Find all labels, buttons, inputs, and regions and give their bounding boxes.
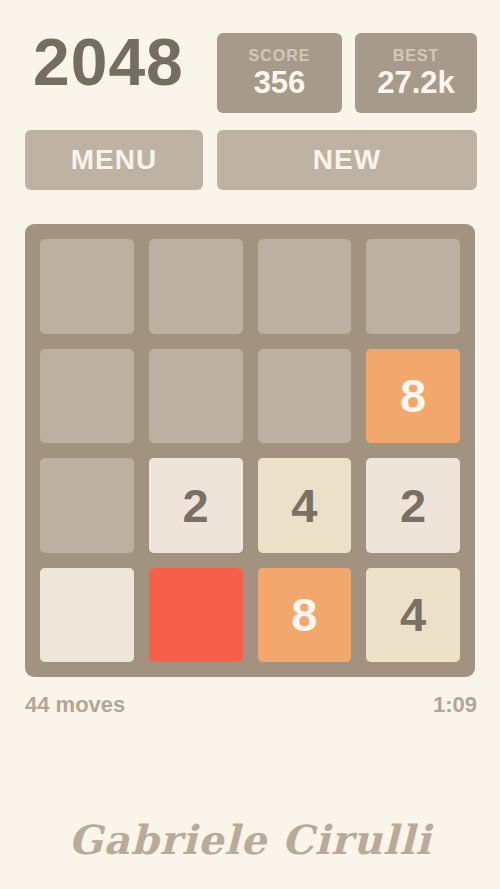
score-box: SCORE 356 — [217, 33, 342, 113]
board-cell-r4c1 — [40, 568, 134, 663]
game-board[interactable]: 824284 — [25, 224, 475, 677]
board-cell-r1c4 — [366, 239, 460, 334]
tile-2-r3c2: 2 — [149, 458, 243, 553]
board-cell-r1c1 — [40, 239, 134, 334]
tile-8-r2c4: 8 — [366, 349, 460, 444]
score-value: 356 — [254, 65, 306, 101]
board-cell-r3c4: 2 — [366, 458, 460, 553]
board-cell-r2c1 — [40, 349, 134, 444]
board-cell-r3c3: 4 — [258, 458, 352, 553]
tile-blank-r4c2 — [149, 568, 243, 663]
board-cell-r3c2: 2 — [149, 458, 243, 553]
board-cell-r2c4: 8 — [366, 349, 460, 444]
author-signature: Gabriele Cirulli — [0, 816, 500, 863]
best-value: 27.2k — [377, 65, 455, 101]
tile-4-r3c3: 4 — [258, 458, 352, 553]
new-game-button[interactable]: NEW — [217, 130, 477, 190]
board-cell-r4c3: 8 — [258, 568, 352, 663]
menu-button[interactable]: MENU — [25, 130, 203, 190]
board-cell-r3c1 — [40, 458, 134, 553]
tile-8-r4c3: 8 — [258, 568, 352, 663]
board-cell-r2c2 — [149, 349, 243, 444]
board-cell-r1c3 — [258, 239, 352, 334]
board-cell-r1c2 — [149, 239, 243, 334]
board-cell-r2c3 — [258, 349, 352, 444]
moves-counter: 44 moves — [25, 692, 125, 718]
board-cell-r4c4: 4 — [366, 568, 460, 663]
tile-2-r3c4: 2 — [366, 458, 460, 553]
elapsed-time: 1:09 — [433, 692, 477, 718]
status-bar: 44 moves 1:09 — [25, 692, 477, 718]
page-title: 2048 — [33, 24, 184, 100]
best-box: BEST 27.2k — [355, 33, 477, 113]
board-cell-r4c2 — [149, 568, 243, 663]
tile-blank-r4c1 — [40, 568, 134, 663]
best-label: BEST — [393, 46, 440, 65]
tile-4-r4c4: 4 — [366, 568, 460, 663]
score-label: SCORE — [249, 46, 311, 65]
